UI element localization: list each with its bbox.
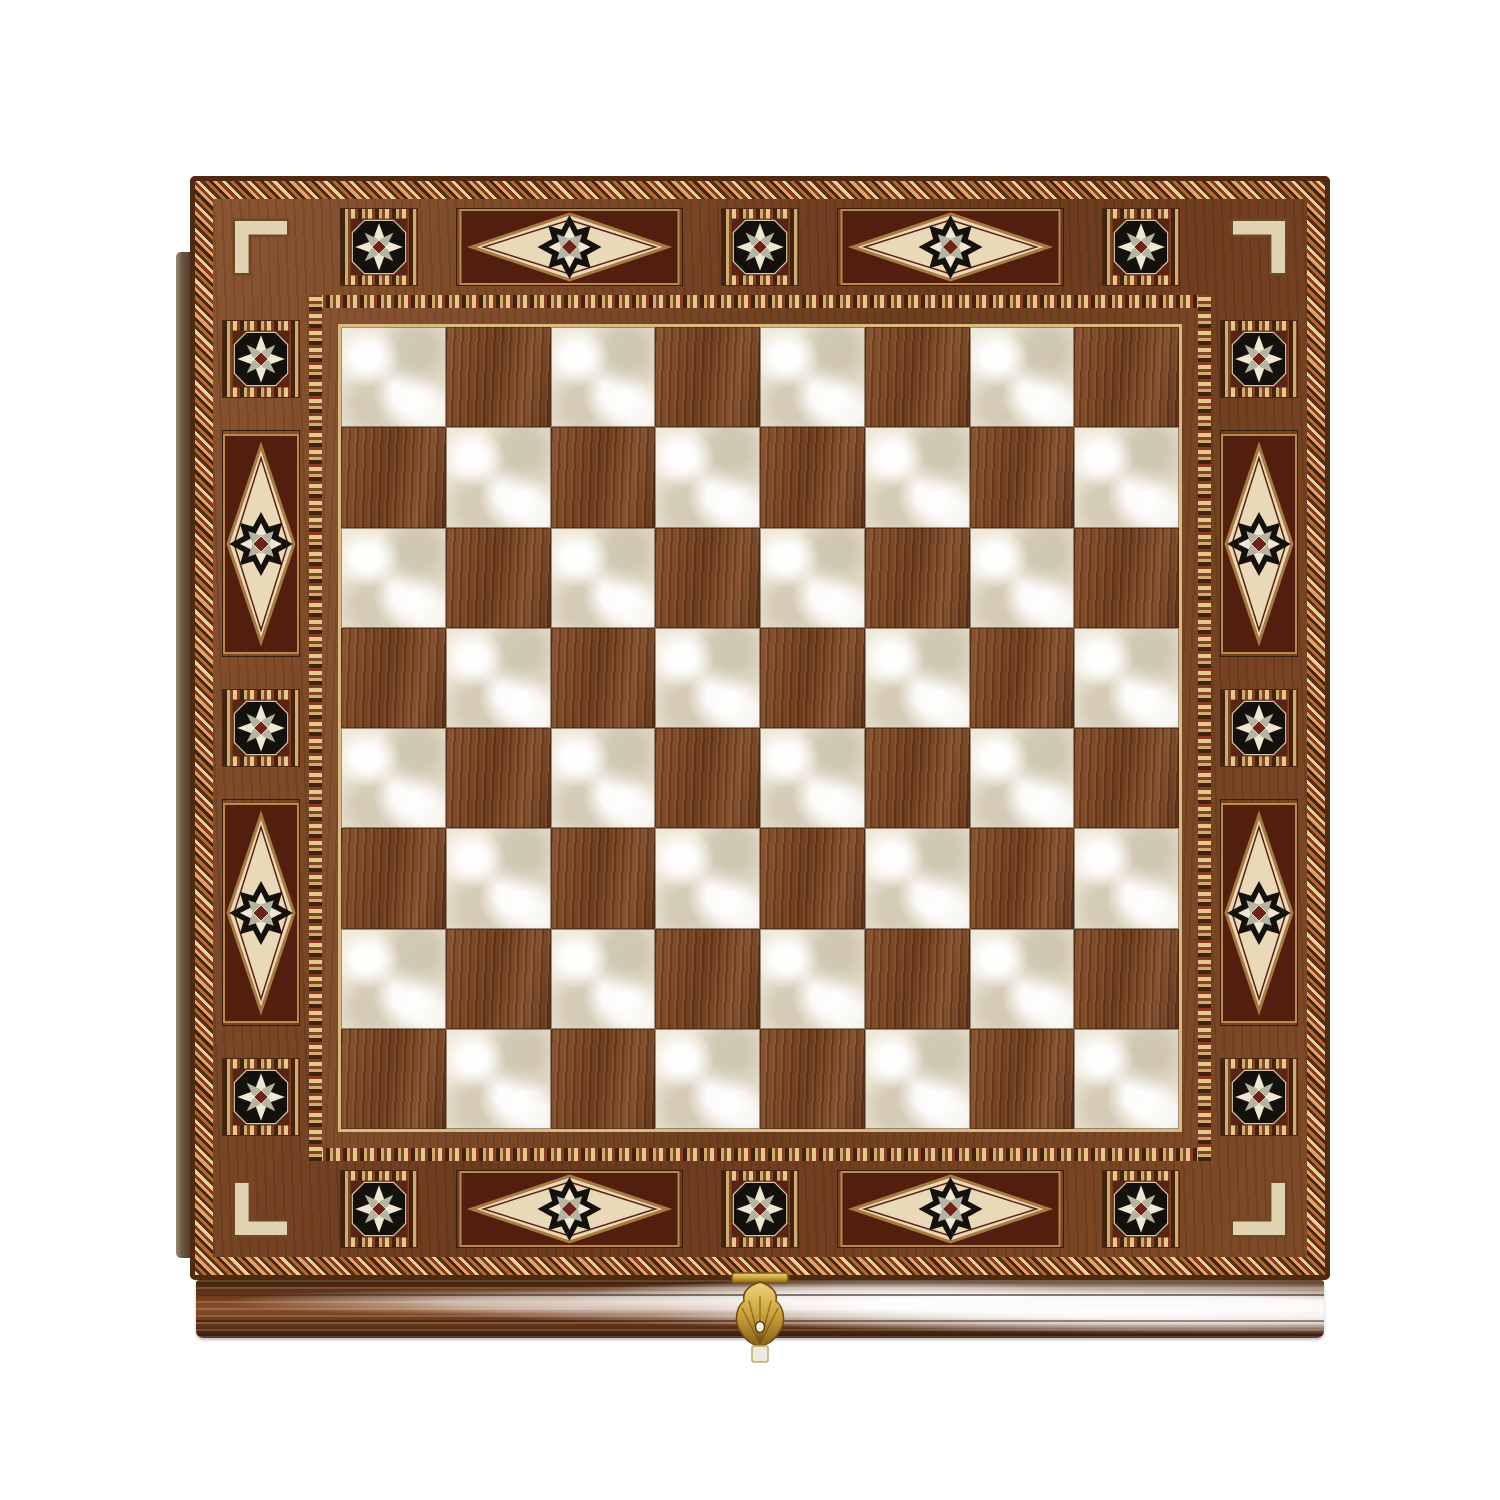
square-g8 <box>970 327 1075 427</box>
square-e2 <box>760 929 865 1029</box>
border-medallions-bottom <box>301 1169 1219 1249</box>
square-b4 <box>446 728 551 828</box>
border-medallions-top <box>301 207 1219 287</box>
square-f1 <box>865 1029 970 1129</box>
inlay-band-left <box>309 295 322 1161</box>
diamond-mosaic-medallion <box>1221 800 1297 1025</box>
square-a8 <box>341 327 446 427</box>
diamond-mosaic-medallion <box>457 209 682 285</box>
border-medallions-left <box>221 287 301 1169</box>
square-h4 <box>1074 728 1179 828</box>
square-e4 <box>760 728 865 828</box>
star-mosaic-tile <box>341 209 417 285</box>
inlay-band-top <box>309 295 1211 308</box>
diamond-mosaic-icon <box>457 209 682 285</box>
square-d4 <box>655 728 760 828</box>
star-mosaic-icon <box>1230 330 1288 388</box>
corner-bracket-icon <box>221 207 301 287</box>
square-a4 <box>341 728 446 828</box>
square-g4 <box>970 728 1075 828</box>
star-mosaic-tile <box>1221 1059 1297 1135</box>
square-a7 <box>341 427 446 527</box>
square-c5 <box>551 628 656 728</box>
diamond-mosaic-medallion <box>457 1171 682 1247</box>
star-mosaic-tile <box>1103 209 1179 285</box>
star-mosaic-tile <box>1103 1171 1179 1247</box>
star-mosaic-icon <box>731 1180 789 1238</box>
product-photo <box>0 0 1500 1500</box>
chess-board <box>341 327 1179 1129</box>
diamond-mosaic-medallion <box>838 1171 1063 1247</box>
star-mosaic-tile <box>722 209 798 285</box>
border-medallions-right <box>1219 287 1299 1169</box>
board-area <box>309 295 1211 1161</box>
square-c4 <box>551 728 656 828</box>
square-c7 <box>551 427 656 527</box>
square-e1 <box>760 1029 865 1129</box>
diamond-mosaic-icon <box>1221 431 1297 656</box>
box-lid-edge <box>176 252 191 1258</box>
marquetry-frame <box>213 199 1307 1257</box>
diamond-mosaic-icon <box>457 1171 682 1247</box>
square-h6 <box>1074 528 1179 628</box>
square-d7 <box>655 427 760 527</box>
square-c8 <box>551 327 656 427</box>
square-h2 <box>1074 929 1179 1029</box>
square-a5 <box>341 628 446 728</box>
square-d3 <box>655 828 760 928</box>
star-mosaic-icon <box>1230 699 1288 757</box>
square-f8 <box>865 327 970 427</box>
square-f6 <box>865 528 970 628</box>
board-trim-line <box>338 324 1182 1132</box>
square-f3 <box>865 828 970 928</box>
square-c6 <box>551 528 656 628</box>
brass-clasp-icon <box>727 1270 793 1370</box>
star-mosaic-icon <box>232 699 290 757</box>
square-b8 <box>446 327 551 427</box>
corner-bracket-motif <box>221 207 301 287</box>
corner-bracket-motif <box>1219 1169 1299 1249</box>
star-mosaic-icon <box>232 1068 290 1126</box>
diamond-mosaic-icon <box>223 431 299 656</box>
square-b2 <box>446 929 551 1029</box>
square-a3 <box>341 828 446 928</box>
corner-bracket-motif <box>221 1169 301 1249</box>
square-h5 <box>1074 628 1179 728</box>
square-g5 <box>970 628 1075 728</box>
star-mosaic-icon <box>731 218 789 276</box>
square-d1 <box>655 1029 760 1129</box>
square-a1 <box>341 1029 446 1129</box>
star-mosaic-tile <box>341 1171 417 1247</box>
star-mosaic-icon <box>350 218 408 276</box>
square-e7 <box>760 427 865 527</box>
square-f2 <box>865 929 970 1029</box>
brass-clasp <box>727 1270 793 1370</box>
star-mosaic-tile <box>1221 321 1297 397</box>
square-h8 <box>1074 327 1179 427</box>
square-b3 <box>446 828 551 928</box>
star-mosaic-tile <box>223 690 299 766</box>
diamond-mosaic-medallion <box>1221 431 1297 656</box>
square-d8 <box>655 327 760 427</box>
square-c2 <box>551 929 656 1029</box>
square-b7 <box>446 427 551 527</box>
square-e8 <box>760 327 865 427</box>
square-e3 <box>760 828 865 928</box>
square-h7 <box>1074 427 1179 527</box>
square-b1 <box>446 1029 551 1129</box>
square-g7 <box>970 427 1075 527</box>
square-g6 <box>970 528 1075 628</box>
star-mosaic-tile <box>1221 690 1297 766</box>
diamond-mosaic-icon <box>838 1171 1063 1247</box>
diamond-mosaic-medallion <box>838 209 1063 285</box>
square-a6 <box>341 528 446 628</box>
star-mosaic-icon <box>1230 1068 1288 1126</box>
diamond-mosaic-medallion <box>223 800 299 1025</box>
square-h1 <box>1074 1029 1179 1129</box>
square-c1 <box>551 1029 656 1129</box>
square-d5 <box>655 628 760 728</box>
inlay-band-bottom <box>309 1148 1211 1161</box>
wood-mat <box>322 308 1198 1148</box>
square-g1 <box>970 1029 1075 1129</box>
square-e6 <box>760 528 865 628</box>
star-mosaic-icon <box>350 1180 408 1238</box>
square-g3 <box>970 828 1075 928</box>
inlaid-chess-box-lid <box>190 176 1330 1280</box>
square-a2 <box>341 929 446 1029</box>
star-mosaic-icon <box>1112 218 1170 276</box>
inlay-band-right <box>1198 295 1211 1161</box>
star-mosaic-icon <box>1112 1180 1170 1238</box>
square-c3 <box>551 828 656 928</box>
square-d6 <box>655 528 760 628</box>
corner-bracket-icon <box>221 1169 301 1249</box>
corner-bracket-motif <box>1219 207 1299 287</box>
corner-bracket-icon <box>1219 1169 1299 1249</box>
inlay-key-band <box>309 295 1211 1161</box>
star-mosaic-tile <box>223 1059 299 1135</box>
star-mosaic-icon <box>232 330 290 388</box>
square-d2 <box>655 929 760 1029</box>
square-g2 <box>970 929 1075 1029</box>
square-f5 <box>865 628 970 728</box>
corner-bracket-icon <box>1219 207 1299 287</box>
star-mosaic-tile <box>223 321 299 397</box>
square-f7 <box>865 427 970 527</box>
star-mosaic-tile <box>722 1171 798 1247</box>
square-h3 <box>1074 828 1179 928</box>
diamond-mosaic-icon <box>1221 800 1297 1025</box>
diamond-mosaic-icon <box>838 209 1063 285</box>
diamond-mosaic-medallion <box>223 431 299 656</box>
square-b6 <box>446 528 551 628</box>
square-e5 <box>760 628 865 728</box>
square-b5 <box>446 628 551 728</box>
square-f4 <box>865 728 970 828</box>
diamond-mosaic-icon <box>223 800 299 1025</box>
